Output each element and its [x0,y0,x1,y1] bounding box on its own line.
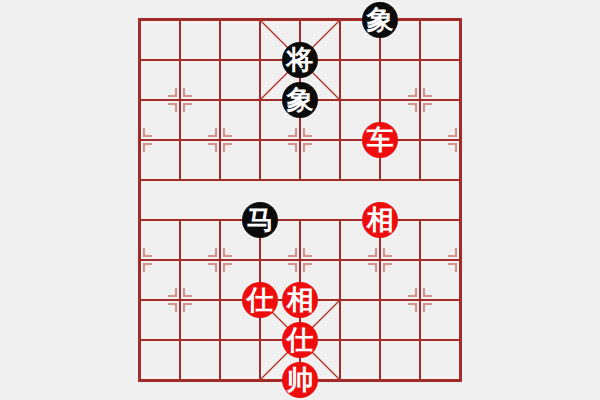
red-elephant[interactable]: 相 [362,202,398,238]
xiangqi-piece-layer: 象将象车马相仕相仕帅 [120,0,480,400]
black-horse[interactable]: 马 [242,202,278,238]
xiangqi-diagram: 象将象车马相仕相仕帅 [0,0,600,400]
black-general[interactable]: 将 [282,42,318,78]
red-advisor[interactable]: 仕 [282,322,318,358]
black-elephant[interactable]: 象 [282,82,318,118]
red-general[interactable]: 帅 [282,362,318,398]
red-advisor[interactable]: 仕 [242,282,278,318]
red-elephant[interactable]: 相 [282,282,318,318]
red-chariot[interactable]: 车 [362,122,398,158]
black-elephant[interactable]: 象 [362,2,398,38]
